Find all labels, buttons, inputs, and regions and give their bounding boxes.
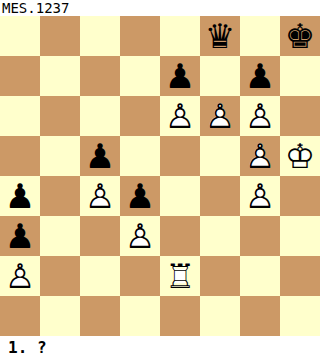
- square-a7[interactable]: [0, 56, 40, 96]
- square-g1[interactable]: [240, 296, 280, 336]
- white-pawn-icon: ♟♙: [245, 176, 275, 216]
- square-b7[interactable]: [40, 56, 80, 96]
- square-e7[interactable]: ♟: [160, 56, 200, 96]
- black-king-icon: ♚: [285, 16, 315, 56]
- square-f2[interactable]: [200, 256, 240, 296]
- white-rook-icon: ♜♖: [165, 256, 195, 296]
- square-d6[interactable]: [120, 96, 160, 136]
- black-pawn-icon: ♟: [5, 176, 35, 216]
- white-king-icon: ♚♔: [285, 136, 315, 176]
- square-h4[interactable]: [280, 176, 320, 216]
- black-pawn-icon: ♟: [125, 176, 155, 216]
- black-pawn-icon: ♟: [245, 56, 275, 96]
- square-c1[interactable]: [80, 296, 120, 336]
- square-d8[interactable]: [120, 16, 160, 56]
- square-e6[interactable]: ♟♙: [160, 96, 200, 136]
- square-g4[interactable]: ♟♙: [240, 176, 280, 216]
- square-b8[interactable]: [40, 16, 80, 56]
- square-h3[interactable]: [280, 216, 320, 256]
- square-c3[interactable]: [80, 216, 120, 256]
- square-d4[interactable]: ♟: [120, 176, 160, 216]
- white-pawn-icon: ♟♙: [165, 96, 195, 136]
- black-pawn-icon: ♟: [85, 136, 115, 176]
- square-d2[interactable]: [120, 256, 160, 296]
- square-b3[interactable]: [40, 216, 80, 256]
- square-h7[interactable]: [280, 56, 320, 96]
- square-b2[interactable]: [40, 256, 80, 296]
- square-g7[interactable]: ♟: [240, 56, 280, 96]
- square-a2[interactable]: ♟♙: [0, 256, 40, 296]
- square-g6[interactable]: ♟♙: [240, 96, 280, 136]
- square-e2[interactable]: ♜♖: [160, 256, 200, 296]
- square-b4[interactable]: [40, 176, 80, 216]
- square-d7[interactable]: [120, 56, 160, 96]
- white-pawn-icon: ♟♙: [245, 96, 275, 136]
- square-c8[interactable]: [80, 16, 120, 56]
- square-a8[interactable]: [0, 16, 40, 56]
- square-f3[interactable]: [200, 216, 240, 256]
- chess-puzzle-app: MES.1237 ♛♚♟♟♟♙♟♙♟♙♟♟♙♚♔♟♟♙♟♟♙♟♟♙♟♙♜♖ 1.…: [0, 0, 320, 360]
- square-d1[interactable]: [120, 296, 160, 336]
- white-pawn-icon: ♟♙: [205, 96, 235, 136]
- square-e5[interactable]: [160, 136, 200, 176]
- square-f7[interactable]: [200, 56, 240, 96]
- puzzle-id: MES.1237: [0, 0, 320, 16]
- square-h6[interactable]: [280, 96, 320, 136]
- black-pawn-icon: ♟: [5, 216, 35, 256]
- square-h5[interactable]: ♚♔: [280, 136, 320, 176]
- square-a5[interactable]: [0, 136, 40, 176]
- square-f1[interactable]: [200, 296, 240, 336]
- square-e4[interactable]: [160, 176, 200, 216]
- square-f4[interactable]: [200, 176, 240, 216]
- square-a1[interactable]: [0, 296, 40, 336]
- square-g2[interactable]: [240, 256, 280, 296]
- square-g3[interactable]: [240, 216, 280, 256]
- black-pawn-icon: ♟: [165, 56, 195, 96]
- black-queen-icon: ♛: [205, 16, 235, 56]
- square-c7[interactable]: [80, 56, 120, 96]
- move-prompt: 1. ?: [0, 336, 320, 360]
- square-f6[interactable]: ♟♙: [200, 96, 240, 136]
- white-pawn-icon: ♟♙: [85, 176, 115, 216]
- square-d3[interactable]: ♟♙: [120, 216, 160, 256]
- square-c2[interactable]: [80, 256, 120, 296]
- square-h2[interactable]: [280, 256, 320, 296]
- white-pawn-icon: ♟♙: [5, 256, 35, 296]
- square-c6[interactable]: [80, 96, 120, 136]
- square-h8[interactable]: ♚: [280, 16, 320, 56]
- square-c5[interactable]: ♟: [80, 136, 120, 176]
- square-c4[interactable]: ♟♙: [80, 176, 120, 216]
- square-g8[interactable]: [240, 16, 280, 56]
- square-a4[interactable]: ♟: [0, 176, 40, 216]
- white-pawn-icon: ♟♙: [245, 136, 275, 176]
- square-h1[interactable]: [280, 296, 320, 336]
- square-g5[interactable]: ♟♙: [240, 136, 280, 176]
- square-e3[interactable]: [160, 216, 200, 256]
- square-e8[interactable]: [160, 16, 200, 56]
- square-e1[interactable]: [160, 296, 200, 336]
- square-f8[interactable]: ♛: [200, 16, 240, 56]
- chess-board: ♛♚♟♟♟♙♟♙♟♙♟♟♙♚♔♟♟♙♟♟♙♟♟♙♟♙♜♖: [0, 16, 320, 336]
- square-d5[interactable]: [120, 136, 160, 176]
- square-b6[interactable]: [40, 96, 80, 136]
- white-pawn-icon: ♟♙: [125, 216, 155, 256]
- square-b1[interactable]: [40, 296, 80, 336]
- square-a6[interactable]: [0, 96, 40, 136]
- square-a3[interactable]: ♟: [0, 216, 40, 256]
- square-b5[interactable]: [40, 136, 80, 176]
- square-f5[interactable]: [200, 136, 240, 176]
